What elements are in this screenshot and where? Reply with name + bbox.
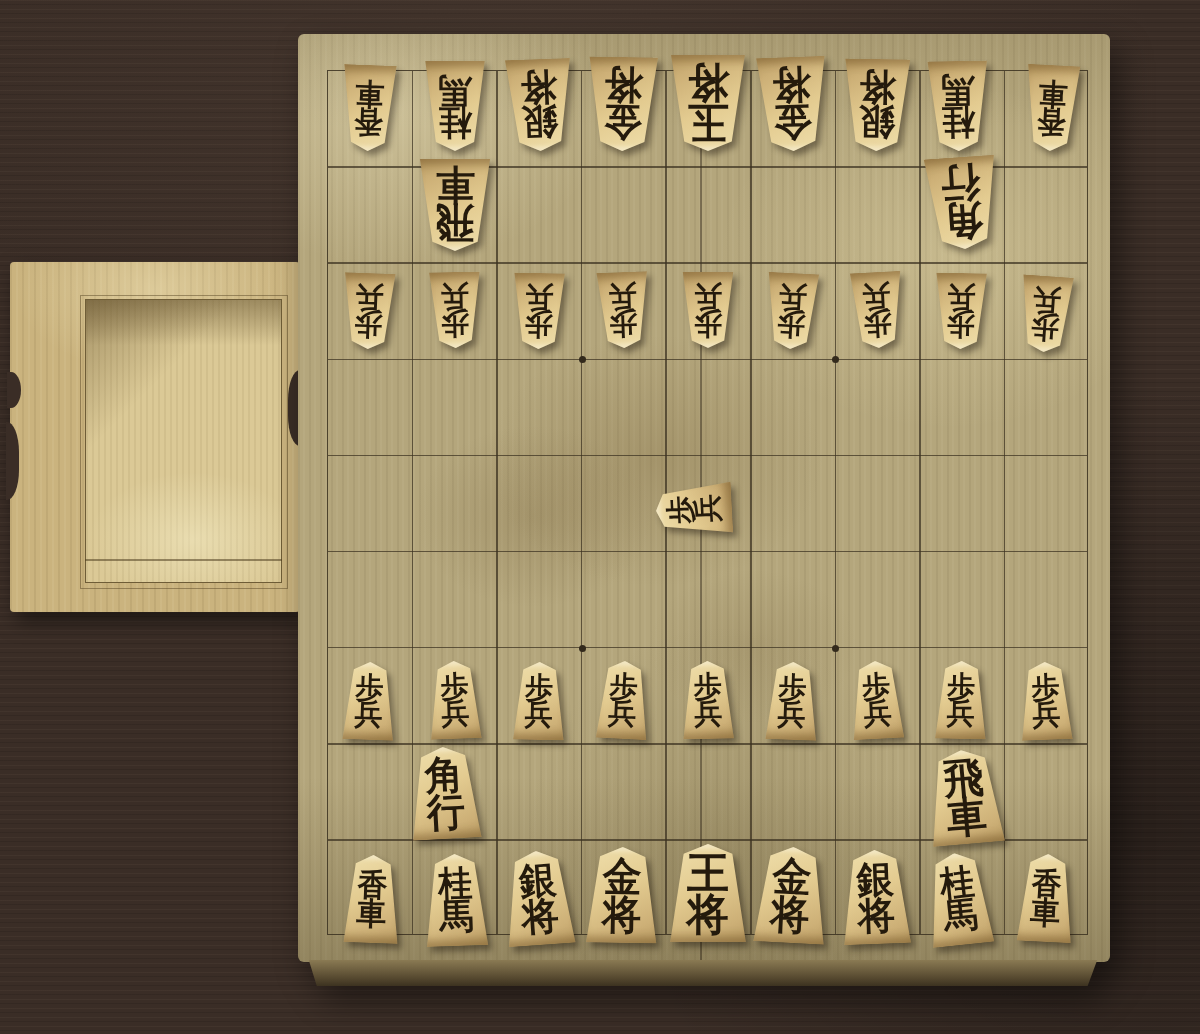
piece-kanji: 兵	[777, 700, 806, 729]
piece-kanji: 車	[436, 166, 475, 206]
shogi-piece-pawn-loose-sente[interactable]: 歩兵	[666, 471, 722, 547]
piece-face: 歩兵	[763, 661, 822, 741]
shogi-piece-silver-gote[interactable]: 銀将	[503, 59, 575, 151]
piece-kanji: 兵	[355, 283, 384, 312]
piece-kanji: 将	[859, 69, 896, 106]
shogi-piece-pawn-gote[interactable]: 歩兵	[764, 273, 820, 349]
star-point	[579, 356, 586, 363]
shogi-piece-lance-gote[interactable]: 香車	[340, 65, 398, 151]
piece-face: 飛車	[921, 747, 1009, 848]
piece-face: 歩兵	[1017, 661, 1076, 741]
piece-face: 金将	[582, 846, 662, 943]
piece-kanji: 兵	[1032, 285, 1062, 315]
piece-kanji: 玉	[688, 102, 729, 144]
piece-kanji: 兵	[1032, 700, 1061, 729]
shogi-piece-pawn-gote[interactable]: 歩兵	[680, 272, 736, 348]
shogi-piece-rook-gote[interactable]: 飛車	[416, 159, 494, 251]
piece-face: 金将	[584, 56, 662, 151]
grid-line-horizontal	[328, 743, 1087, 745]
grid-line-vertical	[919, 71, 921, 934]
shogi-piece-bishop-sente[interactable]: 角行	[407, 747, 483, 839]
shogi-piece-pawn-sente[interactable]: 歩兵	[849, 661, 905, 739]
shogi-piece-king-gote[interactable]: 玉将	[667, 55, 749, 151]
piece-face: 歩兵	[680, 272, 736, 348]
shogi-piece-knight-gote[interactable]: 桂馬	[925, 61, 991, 151]
piece-face: 歩兵	[340, 272, 399, 350]
piece-kanji: 車	[356, 898, 387, 930]
piece-kanji: 歩	[694, 309, 722, 338]
shogi-piece-silver-gote[interactable]: 銀将	[841, 59, 913, 151]
grid-line-vertical	[835, 71, 837, 934]
piece-face: 歩兵	[847, 660, 907, 741]
piece-kanji: 兵	[354, 700, 383, 729]
piece-face: 玉将	[667, 55, 749, 151]
piece-kanji: 将	[857, 896, 895, 935]
piece-face: 金将	[752, 56, 831, 153]
shogi-piece-pawn-sente[interactable]: 歩兵	[933, 661, 989, 739]
piece-kanji: 兵	[441, 699, 470, 728]
piece-kanji: 将	[769, 893, 810, 935]
piece-face: 歩兵	[679, 661, 736, 740]
shogi-piece-pawn-gote[interactable]: 歩兵	[595, 272, 651, 348]
piece-kanji: 兵	[525, 700, 553, 729]
piece-kanji: 兵	[778, 282, 807, 312]
piece-kanji: 兵	[862, 281, 891, 311]
shogi-piece-pawn-sente[interactable]: 歩兵	[1018, 662, 1074, 740]
piece-face: 角行	[920, 154, 1004, 251]
grid-line-horizontal	[328, 359, 1087, 361]
shogi-piece-knight-gote[interactable]: 桂馬	[422, 61, 488, 151]
shogi-piece-pawn-gote[interactable]: 歩兵	[849, 272, 905, 348]
board-side-edge	[304, 960, 1102, 986]
piece-kanji: 馬	[942, 897, 979, 935]
grid-line-horizontal	[328, 647, 1087, 649]
shogi-piece-lance-gote[interactable]: 香車	[1023, 65, 1081, 151]
piece-box-notch	[6, 422, 19, 500]
piece-face: 歩兵	[510, 662, 567, 741]
grid-line-vertical	[496, 71, 498, 934]
piece-kanji: 兵	[525, 283, 553, 312]
shogi-piece-gold-gote[interactable]: 金将	[585, 57, 661, 151]
shogi-piece-pawn-gote[interactable]: 歩兵	[933, 273, 989, 349]
piece-face: 王将	[666, 844, 750, 942]
piece-kanji: 行	[940, 163, 982, 205]
piece-kanji: 将	[520, 896, 560, 936]
piece-face: 歩兵	[593, 660, 653, 741]
piece-face: 香車	[339, 64, 400, 152]
piece-kanji: 馬	[941, 73, 975, 107]
shogi-piece-pawn-sente[interactable]: 歩兵	[764, 662, 820, 740]
piece-face: 香車	[340, 854, 403, 944]
piece-face: 銀将	[840, 58, 914, 151]
piece-face: 歩兵	[655, 479, 734, 539]
piece-face: 歩兵	[1015, 274, 1076, 354]
grid-line-horizontal	[328, 455, 1087, 457]
piece-kanji: 将	[687, 892, 729, 935]
piece-face: 歩兵	[932, 273, 989, 350]
shogi-piece-pawn-gote[interactable]: 歩兵	[427, 272, 483, 348]
piece-kanji: 兵	[693, 494, 723, 523]
shogi-piece-pawn-gote[interactable]: 歩兵	[1018, 276, 1074, 352]
piece-face: 銀将	[499, 849, 579, 948]
piece-box-notch	[7, 372, 21, 408]
piece-face: 桂馬	[920, 850, 997, 949]
piece-face: 角行	[405, 745, 486, 841]
piece-kanji: 車	[945, 794, 988, 838]
grid-line-horizontal	[328, 551, 1087, 553]
piece-face: 歩兵	[426, 272, 483, 349]
shogi-piece-knight-sente[interactable]: 桂馬	[422, 854, 490, 946]
piece-face: 歩兵	[762, 272, 822, 351]
shogi-piece-pawn-gote[interactable]: 歩兵	[341, 273, 397, 349]
piece-kanji: 馬	[439, 899, 474, 935]
piece-kanji: 車	[1037, 78, 1068, 109]
piece-kanji: 将	[602, 894, 642, 934]
shogi-piece-lance-sente[interactable]: 香車	[1016, 854, 1076, 942]
shogi-piece-pawn-sente[interactable]: 歩兵	[427, 661, 483, 739]
piece-face: 金将	[750, 845, 833, 945]
piece-face: 歩兵	[594, 271, 653, 349]
shogi-piece-gold-sente[interactable]: 金将	[583, 847, 661, 943]
shogi-piece-gold-sente[interactable]: 金将	[752, 847, 830, 943]
star-point	[579, 645, 586, 652]
piece-box[interactable]	[10, 262, 300, 612]
piece-kanji: 将	[772, 65, 811, 105]
piece-kanji: 車	[1029, 897, 1061, 929]
piece-face: 歩兵	[847, 271, 907, 350]
shogi-piece-pawn-sente[interactable]: 歩兵	[341, 662, 397, 740]
piece-face: 飛車	[416, 159, 494, 251]
piece-box-cavity	[85, 299, 282, 583]
piece-kanji: 兵	[694, 282, 722, 311]
piece-face: 歩兵	[426, 660, 485, 740]
shogi-piece-silver-sente[interactable]: 銀将	[839, 850, 913, 944]
star-point	[832, 356, 839, 363]
grid-line-horizontal	[328, 262, 1087, 264]
piece-kanji: 兵	[608, 282, 637, 311]
shogi-piece-pawn-sente[interactable]: 歩兵	[680, 661, 736, 739]
piece-face: 桂馬	[422, 61, 488, 151]
shogi-piece-king-sente[interactable]: 王将	[666, 844, 750, 942]
piece-kanji: 兵	[947, 699, 975, 728]
piece-kanji: 将	[520, 68, 557, 106]
shogi-piece-pawn-gote[interactable]: 歩兵	[511, 273, 567, 349]
piece-face: 銀将	[837, 849, 914, 946]
shogi-piece-pawn-sente[interactable]: 歩兵	[511, 662, 567, 740]
shogi-piece-gold-gote[interactable]: 金将	[754, 57, 830, 151]
piece-kanji: 車	[354, 79, 384, 110]
star-point	[832, 645, 839, 652]
piece-kanji: 行	[426, 791, 466, 832]
piece-kanji: 兵	[863, 699, 892, 729]
piece-kanji: 兵	[947, 283, 975, 312]
piece-face: 桂馬	[924, 60, 992, 151]
piece-kanji: 飛	[436, 204, 475, 244]
grid-line-vertical	[581, 71, 583, 934]
shogi-piece-pawn-sente[interactable]: 歩兵	[595, 661, 651, 739]
grid-line-vertical	[750, 71, 752, 934]
piece-kanji: 馬	[439, 73, 472, 107]
piece-kanji: 兵	[694, 699, 722, 728]
piece-face: 歩兵	[510, 273, 567, 350]
piece-face: 桂馬	[420, 853, 491, 947]
piece-kanji: 将	[604, 66, 643, 105]
piece-face: 香車	[1021, 64, 1083, 153]
piece-face: 銀将	[501, 58, 576, 152]
piece-box-floor-seam	[85, 559, 282, 561]
shogi-piece-silver-sente[interactable]: 銀将	[502, 851, 576, 945]
piece-face: 香車	[1014, 852, 1079, 943]
shogi-piece-lance-sente[interactable]: 香車	[342, 855, 402, 943]
shogi-piece-rook-sente[interactable]: 飛車	[925, 750, 1005, 844]
shogi-piece-bishop-gote[interactable]: 角行	[923, 157, 1001, 249]
piece-kanji: 兵	[441, 282, 469, 311]
piece-kanji: 将	[688, 62, 729, 104]
piece-face: 歩兵	[932, 661, 989, 740]
shogi-piece-knight-sente[interactable]: 桂馬	[925, 853, 993, 945]
piece-kanji: 兵	[608, 699, 637, 729]
piece-face: 歩兵	[340, 661, 399, 741]
